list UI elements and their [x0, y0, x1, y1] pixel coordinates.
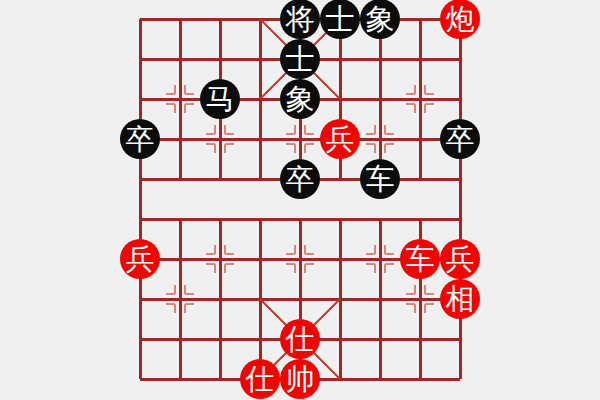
piece-red-soldier[interactable]: 兵 — [320, 119, 360, 159]
piece-black-advisor[interactable]: 士 — [280, 39, 320, 79]
piece-red-general[interactable]: 帅 — [280, 359, 320, 399]
piece-red-soldier[interactable]: 兵 — [120, 239, 160, 279]
piece-red-advisor[interactable]: 仕 — [280, 319, 320, 359]
piece-black-soldier[interactable]: 卒 — [120, 119, 160, 159]
piece-black-elephant[interactable]: 象 — [280, 79, 320, 119]
piece-black-general[interactable]: 将 — [280, 0, 320, 39]
xiangqi-pieces-layer: 将士象炮士马象卒兵卒卒车兵车兵相仕仕帅 — [120, 0, 480, 399]
piece-red-soldier[interactable]: 兵 — [440, 239, 480, 279]
piece-black-chariot[interactable]: 车 — [360, 159, 400, 199]
piece-black-horse[interactable]: 马 — [200, 79, 240, 119]
xiangqi-app: 将士象炮士马象卒兵卒卒车兵车兵相仕仕帅 — [0, 0, 600, 400]
piece-black-soldier[interactable]: 卒 — [440, 119, 480, 159]
piece-black-elephant[interactable]: 象 — [360, 0, 400, 39]
piece-red-elephant[interactable]: 相 — [440, 279, 480, 319]
piece-black-advisor[interactable]: 士 — [320, 0, 360, 39]
piece-red-chariot[interactable]: 车 — [400, 239, 440, 279]
piece-red-cannon[interactable]: 炮 — [440, 0, 480, 39]
piece-black-soldier[interactable]: 卒 — [280, 159, 320, 199]
piece-red-advisor[interactable]: 仕 — [240, 359, 280, 399]
